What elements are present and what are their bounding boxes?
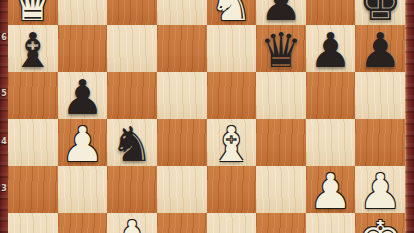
square-e2[interactable]: [207, 213, 257, 233]
piece-black-queen-f6[interactable]: ♛: [256, 25, 306, 72]
square-a2[interactable]: [8, 213, 58, 233]
piece-white-bishop-e4[interactable]: ♝: [207, 119, 257, 166]
board-frame-left: 6543: [0, 0, 8, 233]
piece-white-pawn-c2[interactable]: ♟: [107, 213, 157, 233]
square-c7[interactable]: [107, 0, 157, 25]
piece-white-pawn-b4[interactable]: ♟: [58, 119, 108, 166]
square-h6[interactable]: ♟: [355, 25, 405, 72]
square-e3[interactable]: [207, 166, 257, 213]
square-h4[interactable]: [355, 119, 405, 166]
square-f3[interactable]: [256, 166, 306, 213]
square-d3[interactable]: [157, 166, 207, 213]
square-c5[interactable]: [107, 72, 157, 119]
square-g5[interactable]: [306, 72, 356, 119]
square-a5[interactable]: [8, 72, 58, 119]
square-e6[interactable]: [207, 25, 257, 72]
square-f4[interactable]: [256, 119, 306, 166]
square-b3[interactable]: [58, 166, 108, 213]
rank-label-4: 4: [0, 137, 8, 146]
square-c6[interactable]: [107, 25, 157, 72]
square-g4[interactable]: [306, 119, 356, 166]
piece-black-knight-c4[interactable]: ♞: [107, 119, 157, 166]
square-c2[interactable]: ♟: [107, 213, 157, 233]
square-b7[interactable]: [58, 0, 108, 25]
square-e5[interactable]: [207, 72, 257, 119]
square-f5[interactable]: [256, 72, 306, 119]
square-c3[interactable]: [107, 166, 157, 213]
piece-white-knight-e7[interactable]: ♞: [207, 0, 257, 25]
chess-board-viewport: ♛♞♟♚♝♛♟♟♟♟♞♝♟♟♟♚ 6543: [0, 0, 414, 233]
square-b5[interactable]: ♟: [58, 72, 108, 119]
square-g3[interactable]: ♟: [306, 166, 356, 213]
square-d6[interactable]: [157, 25, 207, 72]
square-c4[interactable]: ♞: [107, 119, 157, 166]
square-h5[interactable]: [355, 72, 405, 119]
rank-label-6: 6: [0, 33, 8, 42]
square-e7[interactable]: ♞: [207, 0, 257, 25]
square-b6[interactable]: [58, 25, 108, 72]
square-g6[interactable]: ♟: [306, 25, 356, 72]
square-f2[interactable]: [256, 213, 306, 233]
piece-white-pawn-h3[interactable]: ♟: [355, 166, 405, 213]
rank-label-5: 5: [0, 89, 8, 98]
rank-label-3: 3: [0, 184, 8, 193]
piece-white-pawn-g3[interactable]: ♟: [306, 166, 356, 213]
piece-black-bishop-a6[interactable]: ♝: [8, 25, 58, 72]
square-b4[interactable]: ♟: [58, 119, 108, 166]
square-a3[interactable]: [8, 166, 58, 213]
square-e4[interactable]: ♝: [207, 119, 257, 166]
square-f6[interactable]: ♛: [256, 25, 306, 72]
piece-white-king-h2[interactable]: ♚: [355, 213, 405, 233]
piece-black-pawn-b5[interactable]: ♟: [58, 72, 108, 119]
square-h2[interactable]: ♚: [355, 213, 405, 233]
square-d2[interactable]: [157, 213, 207, 233]
square-b2[interactable]: [58, 213, 108, 233]
piece-black-pawn-g6[interactable]: ♟: [306, 25, 356, 72]
square-a6[interactable]: ♝: [8, 25, 58, 72]
square-d7[interactable]: [157, 0, 207, 25]
square-d4[interactable]: [157, 119, 207, 166]
piece-black-pawn-h6[interactable]: ♟: [355, 25, 405, 72]
square-d5[interactable]: [157, 72, 207, 119]
square-h3[interactable]: ♟: [355, 166, 405, 213]
chess-board: ♛♞♟♚♝♛♟♟♟♟♞♝♟♟♟♚: [8, 0, 405, 233]
square-g2[interactable]: [306, 213, 356, 233]
square-a4[interactable]: [8, 119, 58, 166]
board-frame-right: [405, 0, 414, 233]
